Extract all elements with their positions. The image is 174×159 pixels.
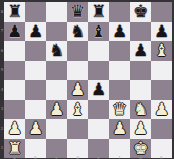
square-f5[interactable] bbox=[109, 61, 130, 81]
square-g4[interactable] bbox=[130, 80, 151, 100]
piece-white-pawn-a2[interactable]: ♟ bbox=[7, 119, 22, 139]
square-g6[interactable]: ♟ bbox=[130, 41, 151, 61]
square-a3[interactable] bbox=[4, 100, 25, 120]
piece-white-knight-g3[interactable]: ♞ bbox=[133, 100, 148, 120]
rank-label-6: 6 bbox=[0, 49, 4, 53]
piece-black-pawn-a7[interactable]: ♟ bbox=[7, 22, 22, 42]
piece-black-pawn-b7[interactable]: ♟ bbox=[28, 22, 43, 42]
square-b4[interactable] bbox=[25, 80, 46, 100]
piece-white-pawn-g2[interactable]: ♟ bbox=[133, 119, 148, 139]
file-label-c: c bbox=[46, 156, 67, 159]
square-c4[interactable] bbox=[46, 80, 67, 100]
square-b2[interactable]: ♟ bbox=[25, 119, 46, 139]
chess-board-frame: ♜♛♜♚♟♟♞♝♟♟♞♟♝♟♟♟♝♛♞♟♟♟♟♟♜♚ 87654321abcde… bbox=[0, 0, 174, 159]
piece-white-queen-f3[interactable]: ♛ bbox=[112, 100, 127, 120]
square-f2[interactable]: ♟ bbox=[109, 119, 130, 139]
square-g2[interactable]: ♟ bbox=[130, 119, 151, 139]
square-d7[interactable]: ♞ bbox=[67, 22, 88, 42]
piece-white-pawn-f2[interactable]: ♟ bbox=[112, 119, 127, 139]
square-a6[interactable] bbox=[4, 41, 25, 61]
rank-label-1: 1 bbox=[0, 146, 4, 150]
square-f6[interactable] bbox=[109, 41, 130, 61]
piece-black-king-g8[interactable]: ♚ bbox=[133, 2, 148, 22]
square-f8[interactable] bbox=[109, 2, 130, 22]
square-d5[interactable] bbox=[67, 61, 88, 81]
square-d6[interactable] bbox=[67, 41, 88, 61]
piece-white-pawn-d4[interactable]: ♟ bbox=[70, 80, 85, 100]
chess-board: ♜♛♜♚♟♟♞♝♟♟♞♟♝♟♟♟♝♛♞♟♟♟♟♟♜♚ bbox=[4, 2, 172, 158]
rank-label-4: 4 bbox=[0, 88, 4, 92]
square-e7[interactable]: ♝ bbox=[88, 22, 109, 42]
rank-label-8: 8 bbox=[0, 10, 4, 14]
square-e6[interactable] bbox=[88, 41, 109, 61]
square-h6[interactable]: ♝ bbox=[151, 41, 172, 61]
square-b5[interactable] bbox=[25, 61, 46, 81]
square-c2[interactable] bbox=[46, 119, 67, 139]
square-b6[interactable] bbox=[25, 41, 46, 61]
square-a4[interactable] bbox=[4, 80, 25, 100]
file-label-h: h bbox=[151, 156, 172, 159]
square-h8[interactable] bbox=[151, 2, 172, 22]
rank-label-3: 3 bbox=[0, 107, 4, 111]
piece-white-pawn-c3[interactable]: ♟ bbox=[49, 100, 64, 120]
file-label-g: g bbox=[130, 156, 151, 159]
file-label-f: f bbox=[109, 156, 130, 159]
square-f7[interactable]: ♟ bbox=[109, 22, 130, 42]
square-a2[interactable]: ♟ bbox=[4, 119, 25, 139]
square-h3[interactable]: ♟ bbox=[151, 100, 172, 120]
square-b8[interactable] bbox=[25, 2, 46, 22]
piece-black-queen-d8[interactable]: ♛ bbox=[70, 2, 85, 22]
square-e4[interactable]: ♟ bbox=[88, 80, 109, 100]
square-d3[interactable]: ♝ bbox=[67, 100, 88, 120]
square-c5[interactable] bbox=[46, 61, 67, 81]
square-a8[interactable]: ♜ bbox=[4, 2, 25, 22]
file-label-a: a bbox=[4, 156, 25, 159]
square-e3[interactable] bbox=[88, 100, 109, 120]
piece-black-pawn-g6[interactable]: ♟ bbox=[133, 41, 148, 61]
square-g3[interactable]: ♞ bbox=[130, 100, 151, 120]
square-b3[interactable] bbox=[25, 100, 46, 120]
piece-black-pawn-h7[interactable]: ♟ bbox=[154, 22, 169, 42]
piece-white-pawn-b2[interactable]: ♟ bbox=[28, 119, 43, 139]
square-g8[interactable]: ♚ bbox=[130, 2, 151, 22]
square-c7[interactable] bbox=[46, 22, 67, 42]
square-d2[interactable] bbox=[67, 119, 88, 139]
square-g5[interactable] bbox=[130, 61, 151, 81]
square-h7[interactable]: ♟ bbox=[151, 22, 172, 42]
piece-white-bishop-d3[interactable]: ♝ bbox=[70, 100, 85, 120]
square-d4[interactable]: ♟ bbox=[67, 80, 88, 100]
rank-label-5: 5 bbox=[0, 68, 4, 72]
square-d8[interactable]: ♛ bbox=[67, 2, 88, 22]
square-h4[interactable] bbox=[151, 80, 172, 100]
square-f4[interactable] bbox=[109, 80, 130, 100]
square-c8[interactable] bbox=[46, 2, 67, 22]
piece-white-bishop-h6[interactable]: ♝ bbox=[154, 41, 169, 61]
square-c3[interactable]: ♟ bbox=[46, 100, 67, 120]
square-a7[interactable]: ♟ bbox=[4, 22, 25, 42]
piece-black-knight-c6[interactable]: ♞ bbox=[49, 41, 64, 61]
file-label-d: d bbox=[67, 156, 88, 159]
square-a5[interactable] bbox=[4, 61, 25, 81]
file-label-b: b bbox=[25, 156, 46, 159]
piece-black-rook-e8[interactable]: ♜ bbox=[91, 2, 106, 22]
piece-black-pawn-e4[interactable]: ♟ bbox=[91, 80, 106, 100]
square-c6[interactable]: ♞ bbox=[46, 41, 67, 61]
piece-black-rook-a8[interactable]: ♜ bbox=[7, 2, 22, 22]
piece-black-pawn-f7[interactable]: ♟ bbox=[112, 22, 127, 42]
square-h5[interactable] bbox=[151, 61, 172, 81]
piece-white-pawn-h3[interactable]: ♟ bbox=[154, 100, 169, 120]
square-e8[interactable]: ♜ bbox=[88, 2, 109, 22]
piece-black-knight-d7[interactable]: ♞ bbox=[70, 22, 85, 42]
square-h2[interactable] bbox=[151, 119, 172, 139]
piece-black-bishop-e7[interactable]: ♝ bbox=[91, 22, 106, 42]
square-b7[interactable]: ♟ bbox=[25, 22, 46, 42]
rank-label-2: 2 bbox=[0, 127, 4, 131]
rank-label-7: 7 bbox=[0, 29, 4, 33]
square-f3[interactable]: ♛ bbox=[109, 100, 130, 120]
square-g7[interactable] bbox=[130, 22, 151, 42]
square-e5[interactable] bbox=[88, 61, 109, 81]
file-label-e: e bbox=[88, 156, 109, 159]
square-e2[interactable] bbox=[88, 119, 109, 139]
